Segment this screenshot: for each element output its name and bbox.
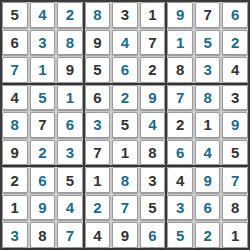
cell-r2c7[interactable]: 1 [167,30,193,56]
box-5: 629354718 [85,85,166,166]
cell-r6c6[interactable]: 8 [140,140,166,166]
cell-r7c1[interactable]: 2 [2,167,28,193]
cell-r2c5[interactable]: 4 [112,30,138,56]
cell-r4c7[interactable]: 7 [167,85,193,111]
cell-r2c4[interactable]: 9 [85,30,111,56]
cell-r2c6[interactable]: 7 [140,30,166,56]
cell-r6c8[interactable]: 4 [195,140,221,166]
cell-r1c4[interactable]: 8 [85,2,111,28]
cell-r4c6[interactable]: 9 [140,85,166,111]
cell-r9c4[interactable]: 4 [85,222,111,248]
cell-r8c3[interactable]: 4 [57,195,83,221]
box-4: 451876923 [2,85,83,166]
cell-r4c1[interactable]: 4 [2,85,28,111]
cell-r2c2[interactable]: 3 [30,30,56,56]
cell-r6c5[interactable]: 1 [112,140,138,166]
cell-r9c2[interactable]: 8 [30,222,56,248]
cell-r3c6[interactable]: 2 [140,57,166,83]
box-9: 497368521 [167,167,248,248]
cell-r6c4[interactable]: 7 [85,140,111,166]
cell-r2c3[interactable]: 8 [57,30,83,56]
cell-r6c9[interactable]: 5 [222,140,248,166]
cell-r3c4[interactable]: 5 [85,57,111,83]
cell-r3c9[interactable]: 4 [222,57,248,83]
cell-r9c6[interactable]: 6 [140,222,166,248]
cell-r5c8[interactable]: 1 [195,112,221,138]
cell-r2c9[interactable]: 2 [222,30,248,56]
cell-r9c3[interactable]: 7 [57,222,83,248]
cell-r7c2[interactable]: 6 [30,167,56,193]
cell-r4c8[interactable]: 8 [195,85,221,111]
cell-r8c2[interactable]: 9 [30,195,56,221]
cell-r7c5[interactable]: 8 [112,167,138,193]
cell-r1c8[interactable]: 7 [195,2,221,28]
cell-r1c5[interactable]: 3 [112,2,138,28]
cell-r3c2[interactable]: 1 [30,57,56,83]
cell-r6c7[interactable]: 6 [167,140,193,166]
cell-r4c5[interactable]: 2 [112,85,138,111]
cell-r6c3[interactable]: 3 [57,140,83,166]
cell-r5c2[interactable]: 7 [30,112,56,138]
cell-r8c9[interactable]: 8 [222,195,248,221]
cell-r8c1[interactable]: 1 [2,195,28,221]
cell-r9c5[interactable]: 9 [112,222,138,248]
cell-r5c5[interactable]: 5 [112,112,138,138]
cell-r9c9[interactable]: 1 [222,222,248,248]
cell-r3c3[interactable]: 9 [57,57,83,83]
cell-r4c2[interactable]: 5 [30,85,56,111]
cell-r8c5[interactable]: 7 [112,195,138,221]
cell-r3c8[interactable]: 3 [195,57,221,83]
box-3: 976152834 [167,2,248,83]
box-7: 265194387 [2,167,83,248]
cell-r2c1[interactable]: 6 [2,30,28,56]
cell-r9c1[interactable]: 3 [2,222,28,248]
cell-r5c7[interactable]: 2 [167,112,193,138]
cell-r7c8[interactable]: 9 [195,167,221,193]
cell-r3c7[interactable]: 8 [167,57,193,83]
cell-r8c7[interactable]: 3 [167,195,193,221]
cell-r8c4[interactable]: 2 [85,195,111,221]
cell-r5c3[interactable]: 6 [57,112,83,138]
cell-r7c9[interactable]: 7 [222,167,248,193]
cell-r3c5[interactable]: 6 [112,57,138,83]
cell-r3c1[interactable]: 7 [2,57,28,83]
cell-r7c7[interactable]: 4 [167,167,193,193]
cell-r1c9[interactable]: 6 [222,2,248,28]
cell-r5c9[interactable]: 9 [222,112,248,138]
cell-r5c6[interactable]: 4 [140,112,166,138]
cell-r7c3[interactable]: 5 [57,167,83,193]
sudoku-board: 5426387198319475629761528344518769236293… [0,0,250,250]
cell-r6c1[interactable]: 9 [2,140,28,166]
cell-r1c1[interactable]: 5 [2,2,28,28]
cell-r2c8[interactable]: 5 [195,30,221,56]
cell-r7c6[interactable]: 3 [140,167,166,193]
cell-r4c9[interactable]: 3 [222,85,248,111]
cell-r1c6[interactable]: 1 [140,2,166,28]
box-8: 183275496 [85,167,166,248]
cell-r4c3[interactable]: 1 [57,85,83,111]
cell-r6c2[interactable]: 2 [30,140,56,166]
box-1: 542638719 [2,2,83,83]
cell-r1c3[interactable]: 2 [57,2,83,28]
cell-r4c4[interactable]: 6 [85,85,111,111]
cell-r9c7[interactable]: 5 [167,222,193,248]
cell-r1c7[interactable]: 9 [167,2,193,28]
cell-r5c1[interactable]: 8 [2,112,28,138]
cell-r9c8[interactable]: 2 [195,222,221,248]
box-2: 831947562 [85,2,166,83]
box-6: 783219645 [167,85,248,166]
cell-r8c8[interactable]: 6 [195,195,221,221]
cell-r7c4[interactable]: 1 [85,167,111,193]
cell-r5c4[interactable]: 3 [85,112,111,138]
cell-r8c6[interactable]: 5 [140,195,166,221]
cell-r1c2[interactable]: 4 [30,2,56,28]
